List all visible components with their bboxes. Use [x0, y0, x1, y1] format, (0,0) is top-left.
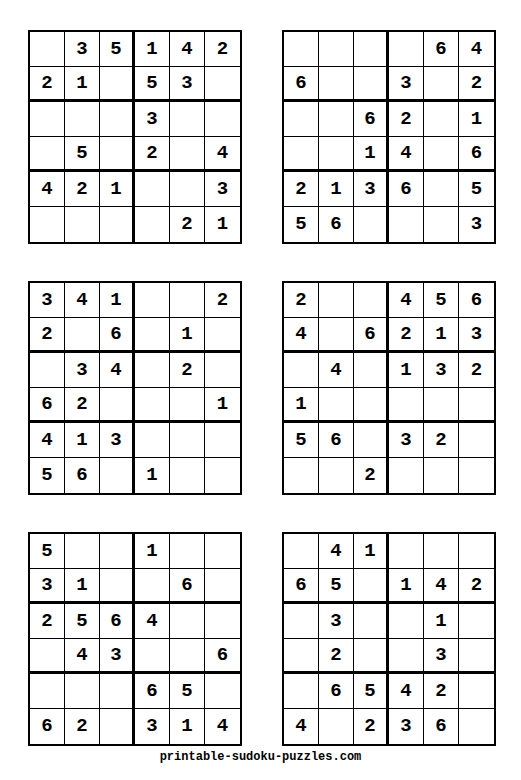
cell-r6c5-empty	[424, 207, 459, 242]
cell-r5c2-given: 6	[319, 423, 354, 458]
cell-r6c4-empty	[389, 458, 424, 493]
sudoku-grid-middle-right: 2456462134132156322	[282, 281, 496, 495]
cell-r2c5-empty	[424, 67, 459, 102]
cell-r1c5-empty	[424, 534, 459, 569]
cell-r1c1-empty	[30, 32, 65, 67]
cell-r1c4-given: 4	[389, 283, 424, 318]
cell-r2c5-given: 1	[170, 318, 205, 353]
cell-r1c1-given: 2	[284, 283, 319, 318]
cell-r2c1-given: 2	[30, 318, 65, 353]
cell-r3c6-given: 2	[459, 353, 494, 388]
cell-r6c2-empty	[65, 207, 100, 242]
cell-r1c6-empty	[459, 534, 494, 569]
cell-r4c1-given: 1	[284, 388, 319, 423]
cell-r6c3-empty	[354, 207, 389, 242]
cell-r6c3-given: 2	[354, 709, 389, 744]
cell-r2c3-empty	[354, 569, 389, 604]
cell-r3c5-given: 3	[424, 353, 459, 388]
cell-r1c4-empty	[135, 283, 170, 318]
cell-r3c1-empty	[284, 604, 319, 639]
cell-r2c2-given: 1	[65, 569, 100, 604]
cell-r4c3-empty	[100, 388, 135, 423]
site-label: printable-sudoku-puzzles.com	[0, 750, 521, 764]
cell-r6c5-given: 1	[170, 709, 205, 744]
cell-r6c1-empty	[284, 458, 319, 493]
cell-r2c4-empty	[135, 569, 170, 604]
cell-r4c4-given: 2	[135, 137, 170, 172]
cell-r1c5-empty	[170, 534, 205, 569]
cell-r1c5-empty	[170, 283, 205, 318]
cell-r6c1-given: 6	[30, 709, 65, 744]
cell-r6c6-empty	[459, 709, 494, 744]
cell-r5c5-empty	[424, 172, 459, 207]
cell-r6c2-empty	[319, 709, 354, 744]
cell-r1c2-given: 4	[319, 534, 354, 569]
cell-r4c2-given: 5	[65, 137, 100, 172]
cell-r2c2-given: 1	[65, 67, 100, 102]
cell-r1c6-given: 4	[459, 32, 494, 67]
cell-r1c3-given: 1	[100, 283, 135, 318]
cell-r6c2-given: 6	[319, 207, 354, 242]
cell-r5c6-given: 5	[459, 172, 494, 207]
cell-r5c3-given: 3	[100, 423, 135, 458]
cell-r4c2-given: 2	[65, 388, 100, 423]
cell-r2c5-given: 1	[424, 318, 459, 353]
cell-r5c6-empty	[459, 674, 494, 709]
cell-r3c1-empty	[284, 102, 319, 137]
cell-r5c3-empty	[354, 423, 389, 458]
cell-r4c4-given: 4	[389, 137, 424, 172]
cell-r6c3-empty	[100, 709, 135, 744]
cell-r2c4-given: 1	[389, 569, 424, 604]
cell-r5c4-given: 6	[135, 674, 170, 709]
cell-r4c5-empty	[170, 137, 205, 172]
cell-r3c5-empty	[170, 102, 205, 137]
cell-r1c2-empty	[319, 32, 354, 67]
cell-r3c4-empty	[389, 604, 424, 639]
sudoku-grid-bottom-right: 4165142312365424236	[282, 532, 496, 746]
cell-r3c3-given: 6	[354, 102, 389, 137]
cell-r1c1-given: 5	[30, 534, 65, 569]
cell-r2c4-given: 2	[389, 318, 424, 353]
cell-r5c5-given: 5	[170, 674, 205, 709]
cell-r3c6-empty	[205, 102, 240, 137]
cell-r3c1-given: 2	[30, 604, 65, 639]
cell-r3c2-given: 3	[65, 353, 100, 388]
cell-r5c3-given: 3	[354, 172, 389, 207]
cell-r2c6-empty	[205, 569, 240, 604]
sudoku-grid-middle-left: 3412261342621413561	[28, 281, 242, 495]
cell-r4c2-empty	[319, 388, 354, 423]
cell-r4c4-empty	[135, 388, 170, 423]
cell-r6c6-given: 3	[459, 207, 494, 242]
cell-r6c2-given: 6	[65, 458, 100, 493]
cell-r5c3-given: 5	[354, 674, 389, 709]
cell-r4c4-empty	[389, 388, 424, 423]
cell-r5c6-empty	[459, 423, 494, 458]
cell-r6c4-empty	[389, 207, 424, 242]
cell-r1c4-given: 1	[135, 534, 170, 569]
cell-r3c6-empty	[205, 604, 240, 639]
cell-r3c4-given: 1	[389, 353, 424, 388]
cell-r5c4-empty	[135, 423, 170, 458]
cell-r1c2-empty	[65, 534, 100, 569]
cell-r5c5-empty	[170, 423, 205, 458]
cell-r6c1-given: 5	[30, 458, 65, 493]
cell-r5c5-empty	[170, 172, 205, 207]
cell-r4c1-given: 6	[30, 388, 65, 423]
cell-r3c4-empty	[135, 353, 170, 388]
cell-r5c1-given: 4	[30, 423, 65, 458]
cell-r4c5-given: 3	[424, 639, 459, 674]
sudoku-grid-top-left: 3514221533524421321	[28, 30, 242, 244]
cell-r3c5-empty	[424, 102, 459, 137]
cell-r2c5-given: 3	[170, 67, 205, 102]
cell-r5c3-given: 1	[100, 172, 135, 207]
cell-r4c5-empty	[424, 388, 459, 423]
cell-r3c2-given: 5	[65, 604, 100, 639]
cell-r5c6-empty	[205, 423, 240, 458]
cell-r4c6-given: 1	[205, 388, 240, 423]
cell-r2c5-given: 6	[170, 569, 205, 604]
cell-r5c2-given: 1	[319, 172, 354, 207]
sudoku-grid-bottom-left: 5131625644366562314	[28, 532, 242, 746]
cell-r2c2-empty	[319, 67, 354, 102]
cell-r6c4-given: 3	[135, 709, 170, 744]
cell-r1c2-given: 3	[65, 32, 100, 67]
cell-r6c5-empty	[424, 458, 459, 493]
cell-r2c6-empty	[205, 67, 240, 102]
cell-r3c4-given: 2	[389, 102, 424, 137]
cell-r2c1-given: 4	[284, 318, 319, 353]
cell-r2c5-given: 4	[424, 569, 459, 604]
cell-r2c3-empty	[100, 569, 135, 604]
cell-r2c2-empty	[65, 318, 100, 353]
cell-r5c5-given: 2	[424, 674, 459, 709]
cell-r5c4-given: 4	[389, 674, 424, 709]
cell-r4c6-given: 6	[459, 137, 494, 172]
cell-r6c1-given: 5	[284, 207, 319, 242]
cell-r3c1-empty	[30, 353, 65, 388]
cell-r5c2-given: 2	[65, 172, 100, 207]
cell-r2c6-empty	[205, 318, 240, 353]
cell-r6c6-given: 4	[205, 709, 240, 744]
cell-r1c5-given: 6	[424, 32, 459, 67]
cell-r3c4-given: 4	[135, 604, 170, 639]
cell-r1c5-given: 5	[424, 283, 459, 318]
cell-r6c6-empty	[459, 458, 494, 493]
cell-r2c6-given: 2	[459, 569, 494, 604]
cell-r5c1-empty	[284, 674, 319, 709]
cell-r6c4-empty	[135, 207, 170, 242]
cell-r4c6-given: 4	[205, 137, 240, 172]
cell-r5c1-given: 5	[284, 423, 319, 458]
cell-r1c6-given: 2	[205, 283, 240, 318]
cell-r2c2-given: 5	[319, 569, 354, 604]
cell-r1c4-given: 1	[135, 32, 170, 67]
cell-r3c2-given: 4	[319, 353, 354, 388]
cell-r6c2-given: 2	[65, 709, 100, 744]
cell-r4c6-given: 6	[205, 639, 240, 674]
cell-r1c4-empty	[389, 32, 424, 67]
cell-r3c3-empty	[354, 353, 389, 388]
cell-r3c6-empty	[205, 353, 240, 388]
cell-r5c4-given: 3	[389, 423, 424, 458]
cell-r5c4-empty	[135, 172, 170, 207]
cell-r3c3-given: 4	[100, 353, 135, 388]
cell-r1c3-empty	[100, 534, 135, 569]
cell-r3c2-given: 3	[319, 604, 354, 639]
cell-r6c3-empty	[100, 458, 135, 493]
cell-r2c1-given: 2	[30, 67, 65, 102]
cell-r3c6-given: 1	[459, 102, 494, 137]
cell-r3c6-empty	[459, 604, 494, 639]
cell-r3c2-empty	[319, 102, 354, 137]
cell-r4c1-empty	[284, 137, 319, 172]
cell-r4c1-empty	[30, 137, 65, 172]
cell-r5c4-given: 6	[389, 172, 424, 207]
cell-r4c3-empty	[100, 137, 135, 172]
cell-r2c3-empty	[100, 67, 135, 102]
cell-r6c3-empty	[100, 207, 135, 242]
cell-r1c3-given: 1	[354, 534, 389, 569]
cell-r4c5-empty	[424, 137, 459, 172]
cell-r2c1-given: 6	[284, 67, 319, 102]
cell-r2c1-given: 6	[284, 569, 319, 604]
cell-r2c3-empty	[354, 67, 389, 102]
cell-r6c5-empty	[170, 458, 205, 493]
cell-r2c4-empty	[135, 318, 170, 353]
cell-r2c6-given: 3	[459, 318, 494, 353]
cell-r2c2-empty	[319, 318, 354, 353]
cell-r5c2-given: 6	[319, 674, 354, 709]
cell-r1c4-empty	[389, 534, 424, 569]
cell-r6c5-given: 6	[424, 709, 459, 744]
cell-r1c3-empty	[354, 283, 389, 318]
cell-r3c3-given: 6	[100, 604, 135, 639]
cell-r4c3-given: 1	[354, 137, 389, 172]
cell-r6c3-given: 2	[354, 458, 389, 493]
cell-r5c1-given: 4	[30, 172, 65, 207]
cell-r4c6-empty	[459, 639, 494, 674]
cell-r1c6-given: 2	[205, 32, 240, 67]
cell-r4c5-empty	[170, 639, 205, 674]
cell-r6c6-given: 1	[205, 207, 240, 242]
cell-r6c2-empty	[319, 458, 354, 493]
cell-r6c4-given: 3	[389, 709, 424, 744]
cell-r3c2-empty	[65, 102, 100, 137]
cell-r5c1-empty	[30, 674, 65, 709]
cell-r6c6-empty	[205, 458, 240, 493]
cell-r3c5-given: 1	[424, 604, 459, 639]
cell-r4c2-empty	[319, 137, 354, 172]
cell-r5c5-given: 2	[424, 423, 459, 458]
cell-r1c2-given: 4	[65, 283, 100, 318]
cell-r4c3-empty	[354, 639, 389, 674]
cell-r4c5-empty	[170, 388, 205, 423]
cell-r4c2-given: 2	[319, 639, 354, 674]
puzzle-sheet: 3514221533524421321 6463262114621365563 …	[28, 30, 496, 746]
cell-r4c1-empty	[30, 639, 65, 674]
cell-r5c2-given: 1	[65, 423, 100, 458]
cell-r2c3-given: 6	[354, 318, 389, 353]
cell-r2c4-given: 5	[135, 67, 170, 102]
cell-r1c1-given: 3	[30, 283, 65, 318]
sudoku-grid-top-right: 6463262114621365563	[282, 30, 496, 244]
cell-r4c6-empty	[459, 388, 494, 423]
cell-r3c4-given: 3	[135, 102, 170, 137]
cell-r4c3-empty	[354, 388, 389, 423]
cell-r6c4-given: 1	[135, 458, 170, 493]
cell-r2c6-given: 2	[459, 67, 494, 102]
cell-r3c1-empty	[30, 102, 65, 137]
cell-r5c2-empty	[65, 674, 100, 709]
cell-r6c5-given: 2	[170, 207, 205, 242]
cell-r5c6-given: 3	[205, 172, 240, 207]
cell-r4c2-given: 4	[65, 639, 100, 674]
cell-r6c1-empty	[30, 207, 65, 242]
cell-r2c1-given: 3	[30, 569, 65, 604]
cell-r1c3-empty	[354, 32, 389, 67]
cell-r1c5-given: 4	[170, 32, 205, 67]
cell-r3c5-empty	[170, 604, 205, 639]
cell-r2c4-given: 3	[389, 67, 424, 102]
cell-r1c3-given: 5	[100, 32, 135, 67]
cell-r4c3-given: 3	[100, 639, 135, 674]
cell-r3c1-empty	[284, 353, 319, 388]
cell-r1c6-given: 6	[459, 283, 494, 318]
cell-r4c4-empty	[389, 639, 424, 674]
cell-r5c6-empty	[205, 674, 240, 709]
cell-r3c3-empty	[354, 604, 389, 639]
cell-r1c6-empty	[205, 534, 240, 569]
cell-r5c1-given: 2	[284, 172, 319, 207]
cell-r1c1-empty	[284, 534, 319, 569]
cell-r3c3-empty	[100, 102, 135, 137]
cell-r6c1-given: 4	[284, 709, 319, 744]
cell-r4c1-empty	[284, 639, 319, 674]
cell-r5c3-empty	[100, 674, 135, 709]
cell-r1c2-empty	[319, 283, 354, 318]
cell-r3c5-given: 2	[170, 353, 205, 388]
cell-r4c4-empty	[135, 639, 170, 674]
cell-r2c3-given: 6	[100, 318, 135, 353]
cell-r1c1-empty	[284, 32, 319, 67]
